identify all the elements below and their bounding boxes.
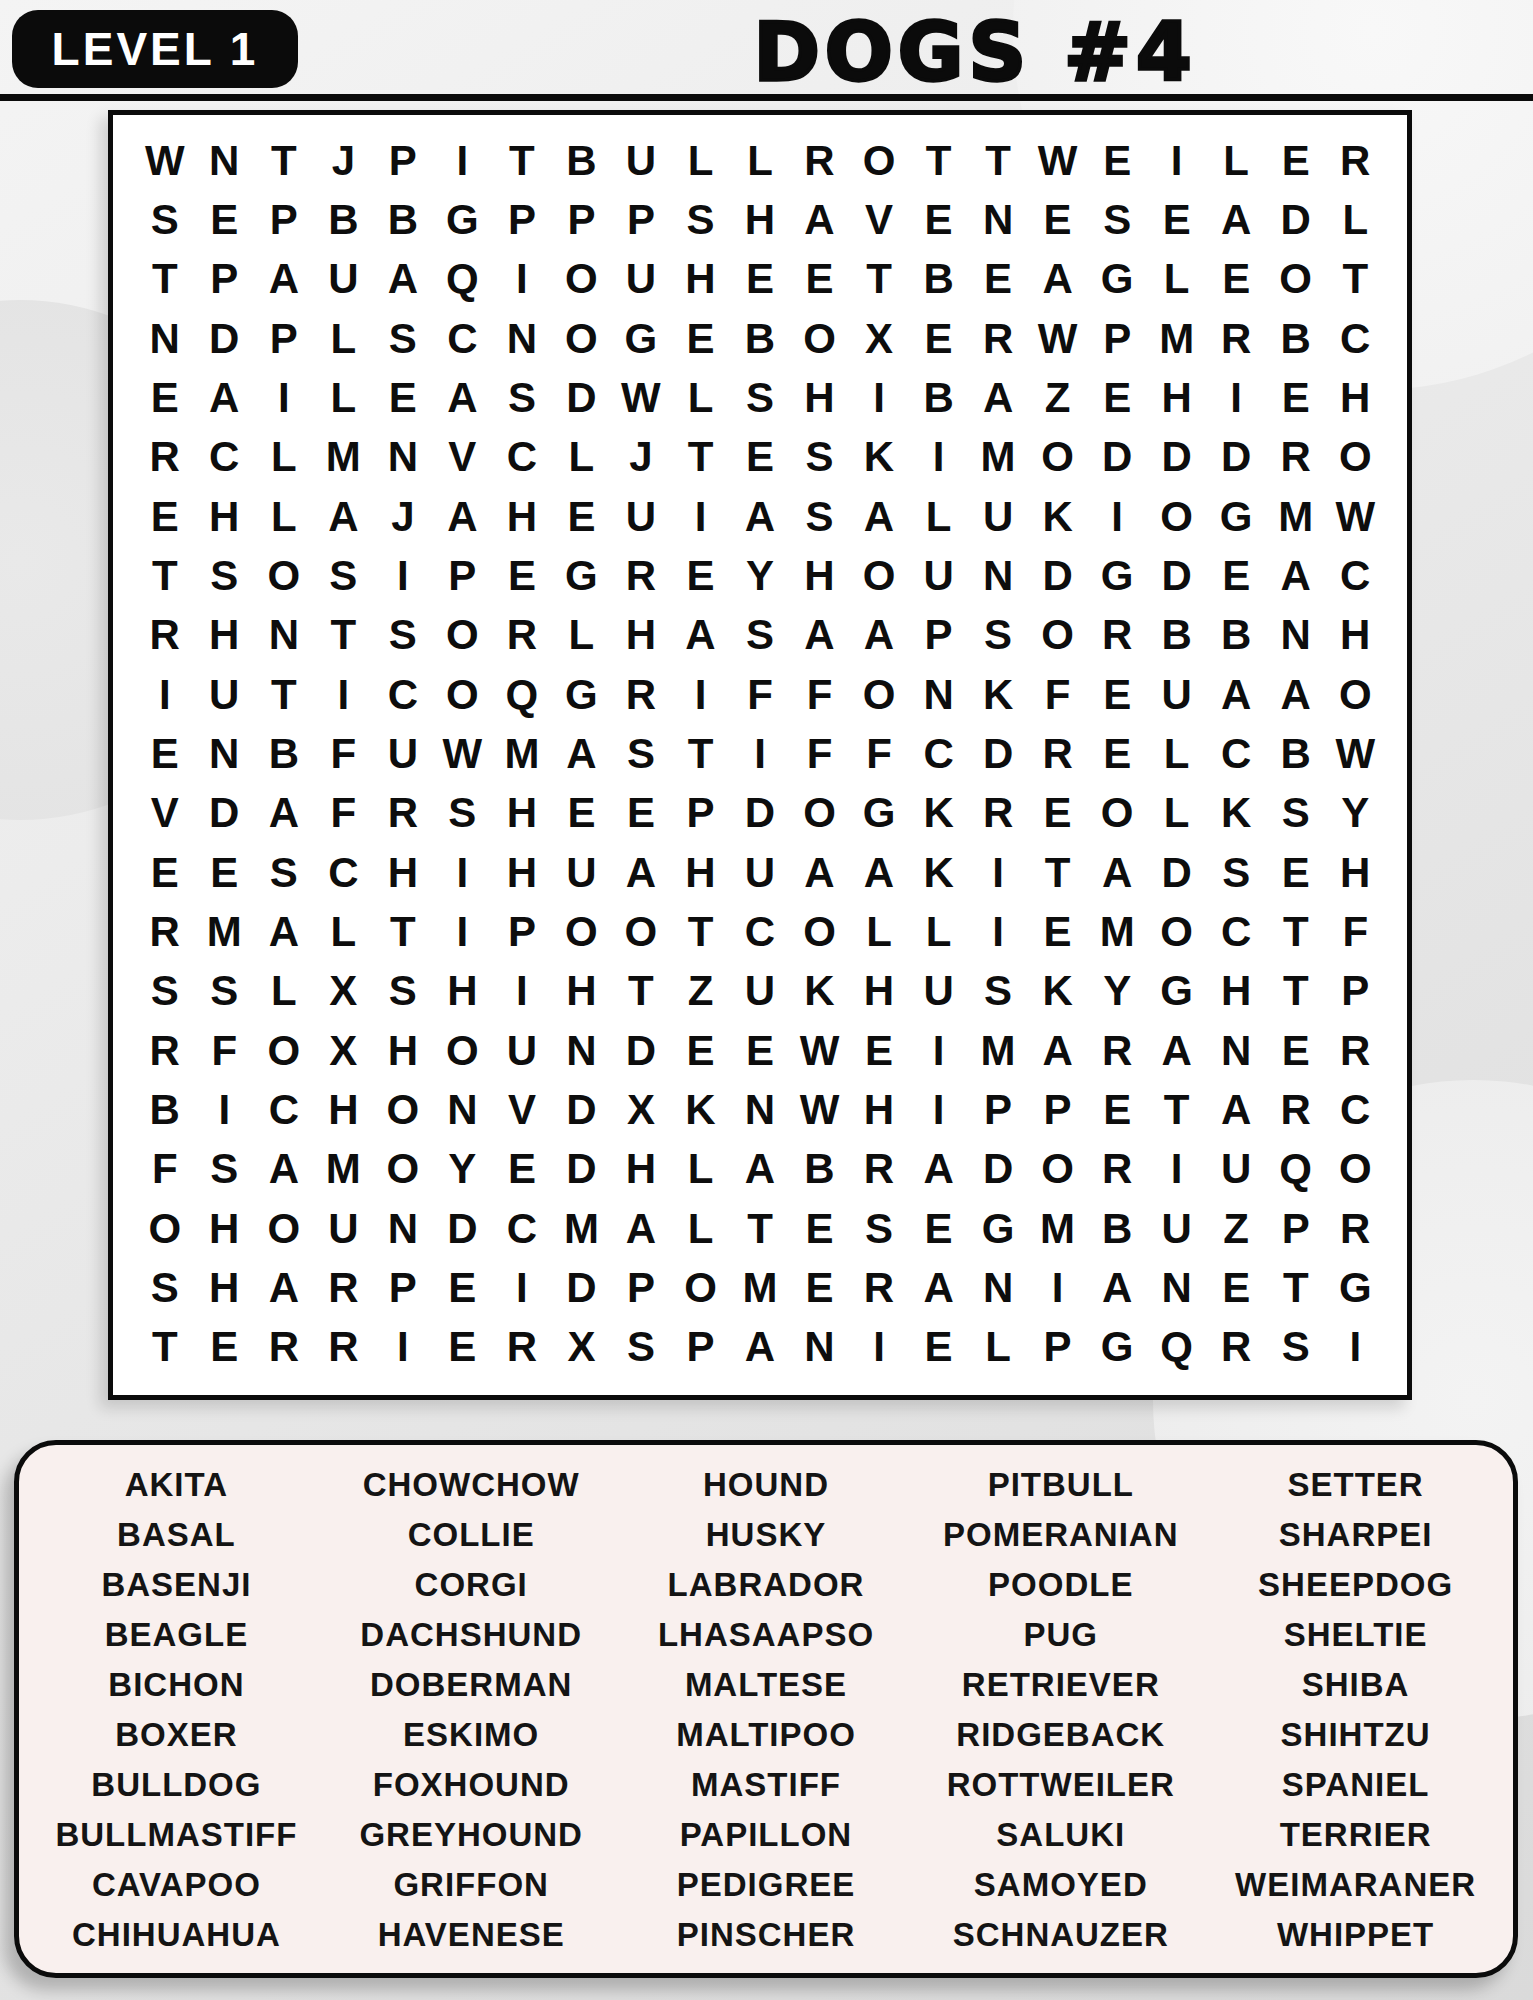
grid-cell[interactable]: O bbox=[433, 1021, 493, 1080]
grid-cell[interactable]: O bbox=[1325, 428, 1385, 487]
grid-cell[interactable]: L bbox=[730, 131, 790, 190]
grid-cell[interactable]: B bbox=[1266, 309, 1326, 368]
grid-cell[interactable]: N bbox=[1206, 1021, 1266, 1080]
grid-cell[interactable]: H bbox=[730, 190, 790, 249]
grid-cell[interactable]: B bbox=[254, 724, 314, 783]
grid-cell[interactable]: U bbox=[314, 250, 374, 309]
grid-cell[interactable]: F bbox=[730, 665, 790, 724]
grid-cell[interactable]: I bbox=[195, 1080, 255, 1139]
grid-cell[interactable]: N bbox=[909, 665, 969, 724]
grid-cell[interactable]: U bbox=[552, 843, 612, 902]
grid-cell[interactable]: Y bbox=[1325, 784, 1385, 843]
grid-cell[interactable]: T bbox=[135, 1318, 195, 1377]
grid-cell[interactable]: R bbox=[849, 1140, 909, 1199]
grid-cell[interactable]: S bbox=[849, 1199, 909, 1258]
grid-cell[interactable]: K bbox=[909, 843, 969, 902]
grid-cell[interactable]: J bbox=[611, 428, 671, 487]
grid-cell[interactable]: U bbox=[492, 1021, 552, 1080]
grid-cell[interactable]: H bbox=[195, 1199, 255, 1258]
grid-cell[interactable]: S bbox=[1206, 843, 1266, 902]
grid-cell[interactable]: K bbox=[1028, 487, 1088, 546]
grid-cell[interactable]: H bbox=[195, 1258, 255, 1317]
grid-cell[interactable]: A bbox=[254, 1140, 314, 1199]
grid-cell[interactable]: H bbox=[1325, 368, 1385, 427]
grid-cell[interactable]: D bbox=[730, 784, 790, 843]
grid-cell[interactable]: U bbox=[611, 250, 671, 309]
grid-cell[interactable]: N bbox=[1147, 1258, 1207, 1317]
grid-cell[interactable]: O bbox=[1325, 665, 1385, 724]
grid-cell[interactable]: P bbox=[1028, 1080, 1088, 1139]
grid-cell[interactable]: E bbox=[135, 724, 195, 783]
grid-cell[interactable]: I bbox=[671, 665, 731, 724]
grid-cell[interactable]: I bbox=[1087, 487, 1147, 546]
grid-cell[interactable]: O bbox=[1147, 487, 1207, 546]
grid-cell[interactable]: T bbox=[730, 1199, 790, 1258]
grid-cell[interactable]: R bbox=[611, 665, 671, 724]
grid-cell[interactable]: U bbox=[1147, 665, 1207, 724]
grid-cell[interactable]: R bbox=[1087, 1140, 1147, 1199]
grid-cell[interactable]: U bbox=[1147, 1199, 1207, 1258]
grid-cell[interactable]: E bbox=[1266, 843, 1326, 902]
grid-cell[interactable]: A bbox=[909, 1140, 969, 1199]
grid-cell[interactable]: U bbox=[373, 724, 433, 783]
grid-cell[interactable]: H bbox=[1325, 843, 1385, 902]
grid-cell[interactable]: C bbox=[492, 1199, 552, 1258]
grid-cell[interactable]: U bbox=[611, 487, 671, 546]
grid-cell[interactable]: S bbox=[730, 368, 790, 427]
grid-cell[interactable]: S bbox=[790, 428, 850, 487]
grid-cell[interactable]: H bbox=[195, 487, 255, 546]
grid-cell[interactable]: R bbox=[1266, 1080, 1326, 1139]
grid-cell[interactable]: S bbox=[254, 843, 314, 902]
grid-cell[interactable]: D bbox=[968, 724, 1028, 783]
grid-cell[interactable]: F bbox=[790, 665, 850, 724]
grid-cell[interactable]: A bbox=[730, 1140, 790, 1199]
grid-cell[interactable]: L bbox=[314, 368, 374, 427]
grid-cell[interactable]: T bbox=[611, 962, 671, 1021]
grid-cell[interactable]: B bbox=[790, 1140, 850, 1199]
grid-cell[interactable]: O bbox=[433, 665, 493, 724]
grid-cell[interactable]: A bbox=[1266, 665, 1326, 724]
grid-cell[interactable]: A bbox=[611, 843, 671, 902]
grid-cell[interactable]: A bbox=[1147, 1021, 1207, 1080]
grid-cell[interactable]: R bbox=[1266, 428, 1326, 487]
grid-cell[interactable]: P bbox=[195, 250, 255, 309]
grid-cell[interactable]: G bbox=[1087, 250, 1147, 309]
grid-cell[interactable]: R bbox=[135, 606, 195, 665]
grid-cell[interactable]: T bbox=[671, 902, 731, 961]
grid-cell[interactable]: R bbox=[1087, 606, 1147, 665]
grid-cell[interactable]: L bbox=[1147, 784, 1207, 843]
grid-cell[interactable]: A bbox=[790, 843, 850, 902]
grid-cell[interactable]: I bbox=[433, 843, 493, 902]
grid-cell[interactable]: E bbox=[433, 1318, 493, 1377]
grid-cell[interactable]: M bbox=[1147, 309, 1207, 368]
grid-cell[interactable]: R bbox=[314, 1258, 374, 1317]
grid-cell[interactable]: I bbox=[1028, 1258, 1088, 1317]
grid-cell[interactable]: Q bbox=[433, 250, 493, 309]
grid-cell[interactable]: A bbox=[611, 1199, 671, 1258]
grid-cell[interactable]: G bbox=[968, 1199, 1028, 1258]
grid-cell[interactable]: A bbox=[1206, 190, 1266, 249]
grid-cell[interactable]: P bbox=[611, 190, 671, 249]
grid-cell[interactable]: B bbox=[730, 309, 790, 368]
grid-cell[interactable]: T bbox=[1325, 250, 1385, 309]
grid-cell[interactable]: O bbox=[1028, 1140, 1088, 1199]
grid-cell[interactable]: L bbox=[849, 902, 909, 961]
grid-cell[interactable]: C bbox=[1206, 724, 1266, 783]
grid-cell[interactable]: D bbox=[552, 1140, 612, 1199]
grid-cell[interactable]: L bbox=[671, 131, 731, 190]
grid-cell[interactable]: T bbox=[1028, 843, 1088, 902]
grid-cell[interactable]: P bbox=[1028, 1318, 1088, 1377]
grid-cell[interactable]: O bbox=[849, 546, 909, 605]
grid-cell[interactable]: A bbox=[790, 190, 850, 249]
grid-cell[interactable]: N bbox=[790, 1318, 850, 1377]
grid-cell[interactable]: G bbox=[1325, 1258, 1385, 1317]
grid-cell[interactable]: M bbox=[968, 1021, 1028, 1080]
grid-cell[interactable]: V bbox=[492, 1080, 552, 1139]
grid-cell[interactable]: B bbox=[552, 131, 612, 190]
grid-cell[interactable]: S bbox=[611, 1318, 671, 1377]
grid-cell[interactable]: I bbox=[492, 1258, 552, 1317]
grid-cell[interactable]: G bbox=[1087, 546, 1147, 605]
grid-cell[interactable]: O bbox=[849, 131, 909, 190]
grid-cell[interactable]: Y bbox=[730, 546, 790, 605]
grid-cell[interactable]: E bbox=[552, 487, 612, 546]
grid-cell[interactable]: R bbox=[1206, 1318, 1266, 1377]
grid-cell[interactable]: I bbox=[909, 1080, 969, 1139]
grid-cell[interactable]: S bbox=[135, 190, 195, 249]
grid-cell[interactable]: I bbox=[433, 902, 493, 961]
grid-cell[interactable]: M bbox=[968, 428, 1028, 487]
grid-cell[interactable]: E bbox=[492, 546, 552, 605]
grid-cell[interactable]: M bbox=[314, 428, 374, 487]
grid-cell[interactable]: I bbox=[968, 843, 1028, 902]
grid-cell[interactable]: A bbox=[254, 250, 314, 309]
grid-cell[interactable]: U bbox=[909, 962, 969, 1021]
grid-cell[interactable]: X bbox=[314, 1021, 374, 1080]
grid-cell[interactable]: R bbox=[492, 606, 552, 665]
grid-cell[interactable]: O bbox=[552, 250, 612, 309]
grid-cell[interactable]: T bbox=[135, 546, 195, 605]
grid-cell[interactable]: S bbox=[730, 606, 790, 665]
grid-cell[interactable]: N bbox=[195, 131, 255, 190]
grid-cell[interactable]: U bbox=[611, 131, 671, 190]
grid-cell[interactable]: L bbox=[968, 1318, 1028, 1377]
grid-cell[interactable]: I bbox=[1325, 1318, 1385, 1377]
grid-cell[interactable]: V bbox=[849, 190, 909, 249]
grid-cell[interactable]: V bbox=[433, 428, 493, 487]
grid-cell[interactable]: E bbox=[135, 487, 195, 546]
grid-cell[interactable]: O bbox=[552, 902, 612, 961]
grid-cell[interactable]: D bbox=[968, 1140, 1028, 1199]
grid-cell[interactable]: I bbox=[1147, 1140, 1207, 1199]
grid-cell[interactable]: M bbox=[552, 1199, 612, 1258]
grid-cell[interactable]: O bbox=[671, 1258, 731, 1317]
grid-cell[interactable]: T bbox=[671, 724, 731, 783]
grid-cell[interactable]: W bbox=[1325, 487, 1385, 546]
grid-cell[interactable]: U bbox=[909, 546, 969, 605]
grid-cell[interactable]: E bbox=[790, 1258, 850, 1317]
grid-cell[interactable]: E bbox=[1206, 1258, 1266, 1317]
grid-cell[interactable]: H bbox=[671, 843, 731, 902]
grid-cell[interactable]: I bbox=[373, 546, 433, 605]
grid-cell[interactable]: S bbox=[492, 368, 552, 427]
grid-cell[interactable]: I bbox=[671, 487, 731, 546]
grid-cell[interactable]: I bbox=[373, 1318, 433, 1377]
grid-cell[interactable]: A bbox=[790, 606, 850, 665]
grid-cell[interactable]: H bbox=[1325, 606, 1385, 665]
grid-cell[interactable]: S bbox=[1266, 1318, 1326, 1377]
grid-cell[interactable]: R bbox=[1325, 1021, 1385, 1080]
grid-cell[interactable]: H bbox=[492, 784, 552, 843]
grid-cell[interactable]: I bbox=[254, 368, 314, 427]
grid-cell[interactable]: E bbox=[730, 250, 790, 309]
grid-cell[interactable]: D bbox=[1087, 428, 1147, 487]
grid-cell[interactable]: S bbox=[373, 606, 433, 665]
grid-cell[interactable]: O bbox=[135, 1199, 195, 1258]
grid-cell[interactable]: B bbox=[373, 190, 433, 249]
grid-cell[interactable]: G bbox=[611, 309, 671, 368]
grid-cell[interactable]: E bbox=[849, 1021, 909, 1080]
grid-cell[interactable]: I bbox=[135, 665, 195, 724]
grid-cell[interactable]: B bbox=[1147, 606, 1207, 665]
grid-cell[interactable]: D bbox=[1147, 843, 1207, 902]
grid-cell[interactable]: S bbox=[135, 1258, 195, 1317]
grid-cell[interactable]: A bbox=[1087, 1258, 1147, 1317]
grid-cell[interactable]: R bbox=[135, 1021, 195, 1080]
grid-cell[interactable]: E bbox=[1028, 902, 1088, 961]
grid-cell[interactable]: E bbox=[909, 309, 969, 368]
grid-cell[interactable]: E bbox=[373, 368, 433, 427]
grid-cell[interactable]: S bbox=[195, 1140, 255, 1199]
grid-cell[interactable]: O bbox=[1325, 1140, 1385, 1199]
grid-cell[interactable]: H bbox=[849, 1080, 909, 1139]
grid-cell[interactable]: Q bbox=[1147, 1318, 1207, 1377]
grid-cell[interactable]: M bbox=[1266, 487, 1326, 546]
grid-cell[interactable]: E bbox=[909, 190, 969, 249]
grid-cell[interactable]: O bbox=[254, 1021, 314, 1080]
grid-cell[interactable]: I bbox=[1147, 131, 1207, 190]
grid-cell[interactable]: N bbox=[492, 309, 552, 368]
grid-cell[interactable]: S bbox=[135, 962, 195, 1021]
grid-cell[interactable]: C bbox=[195, 428, 255, 487]
grid-cell[interactable]: A bbox=[671, 606, 731, 665]
grid-cell[interactable]: B bbox=[1266, 724, 1326, 783]
grid-cell[interactable]: P bbox=[1266, 1199, 1326, 1258]
grid-cell[interactable]: K bbox=[968, 665, 1028, 724]
grid-cell[interactable]: G bbox=[1087, 1318, 1147, 1377]
grid-cell[interactable]: Z bbox=[1028, 368, 1088, 427]
grid-cell[interactable]: Z bbox=[1206, 1199, 1266, 1258]
grid-cell[interactable]: R bbox=[849, 1258, 909, 1317]
grid-cell[interactable]: E bbox=[195, 190, 255, 249]
grid-cell[interactable]: E bbox=[730, 428, 790, 487]
grid-cell[interactable]: T bbox=[968, 131, 1028, 190]
grid-cell[interactable]: I bbox=[492, 962, 552, 1021]
grid-cell[interactable]: O bbox=[1087, 784, 1147, 843]
grid-cell[interactable]: K bbox=[790, 962, 850, 1021]
grid-cell[interactable]: R bbox=[254, 1318, 314, 1377]
grid-cell[interactable]: L bbox=[254, 962, 314, 1021]
grid-cell[interactable]: M bbox=[492, 724, 552, 783]
grid-cell[interactable]: L bbox=[314, 902, 374, 961]
grid-cell[interactable]: T bbox=[373, 902, 433, 961]
grid-cell[interactable]: O bbox=[254, 546, 314, 605]
grid-cell[interactable]: P bbox=[433, 546, 493, 605]
grid-cell[interactable]: P bbox=[611, 1258, 671, 1317]
grid-cell[interactable]: F bbox=[195, 1021, 255, 1080]
grid-cell[interactable]: E bbox=[671, 1021, 731, 1080]
grid-cell[interactable]: I bbox=[730, 724, 790, 783]
grid-cell[interactable]: E bbox=[1147, 190, 1207, 249]
grid-cell[interactable]: I bbox=[314, 665, 374, 724]
grid-cell[interactable]: E bbox=[790, 250, 850, 309]
grid-cell[interactable]: R bbox=[135, 902, 195, 961]
grid-cell[interactable]: U bbox=[314, 1199, 374, 1258]
grid-cell[interactable]: N bbox=[135, 309, 195, 368]
grid-cell[interactable]: P bbox=[968, 1080, 1028, 1139]
grid-cell[interactable]: M bbox=[1028, 1199, 1088, 1258]
grid-cell[interactable]: O bbox=[849, 665, 909, 724]
grid-cell[interactable]: O bbox=[1028, 606, 1088, 665]
grid-cell[interactable]: A bbox=[909, 1258, 969, 1317]
grid-cell[interactable]: H bbox=[1147, 368, 1207, 427]
grid-cell[interactable]: K bbox=[909, 784, 969, 843]
grid-cell[interactable]: A bbox=[730, 487, 790, 546]
grid-cell[interactable]: P bbox=[909, 606, 969, 665]
grid-cell[interactable]: L bbox=[254, 487, 314, 546]
grid-cell[interactable]: E bbox=[1028, 784, 1088, 843]
grid-cell[interactable]: E bbox=[552, 784, 612, 843]
grid-cell[interactable]: P bbox=[1325, 962, 1385, 1021]
grid-cell[interactable]: F bbox=[849, 724, 909, 783]
grid-cell[interactable]: H bbox=[373, 843, 433, 902]
grid-cell[interactable]: H bbox=[492, 843, 552, 902]
grid-cell[interactable]: E bbox=[968, 250, 1028, 309]
grid-cell[interactable]: S bbox=[968, 962, 1028, 1021]
grid-cell[interactable]: N bbox=[195, 724, 255, 783]
grid-cell[interactable]: O bbox=[373, 1080, 433, 1139]
grid-cell[interactable]: P bbox=[492, 190, 552, 249]
grid-cell[interactable]: A bbox=[849, 606, 909, 665]
grid-cell[interactable]: H bbox=[1206, 962, 1266, 1021]
grid-cell[interactable]: K bbox=[849, 428, 909, 487]
grid-cell[interactable]: O bbox=[552, 309, 612, 368]
grid-cell[interactable]: E bbox=[790, 1199, 850, 1258]
grid-cell[interactable]: B bbox=[1206, 606, 1266, 665]
grid-cell[interactable]: E bbox=[611, 784, 671, 843]
grid-cell[interactable]: E bbox=[730, 1021, 790, 1080]
grid-cell[interactable]: Q bbox=[1266, 1140, 1326, 1199]
grid-cell[interactable]: C bbox=[909, 724, 969, 783]
grid-cell[interactable]: E bbox=[1087, 131, 1147, 190]
grid-cell[interactable]: C bbox=[730, 902, 790, 961]
grid-cell[interactable]: A bbox=[1028, 1021, 1088, 1080]
grid-cell[interactable]: P bbox=[254, 309, 314, 368]
grid-cell[interactable]: L bbox=[671, 1140, 731, 1199]
grid-cell[interactable]: I bbox=[433, 131, 493, 190]
grid-cell[interactable]: L bbox=[909, 902, 969, 961]
grid-cell[interactable]: P bbox=[492, 902, 552, 961]
grid-cell[interactable]: W bbox=[611, 368, 671, 427]
grid-cell[interactable]: U bbox=[1206, 1140, 1266, 1199]
grid-cell[interactable]: G bbox=[433, 190, 493, 249]
grid-cell[interactable]: L bbox=[909, 487, 969, 546]
grid-cell[interactable]: L bbox=[671, 1199, 731, 1258]
grid-cell[interactable]: L bbox=[552, 606, 612, 665]
grid-cell[interactable]: A bbox=[730, 1318, 790, 1377]
grid-cell[interactable]: A bbox=[254, 1258, 314, 1317]
grid-cell[interactable]: A bbox=[849, 843, 909, 902]
grid-cell[interactable]: A bbox=[373, 250, 433, 309]
grid-cell[interactable]: T bbox=[254, 131, 314, 190]
grid-cell[interactable]: S bbox=[1266, 784, 1326, 843]
grid-cell[interactable]: R bbox=[968, 309, 1028, 368]
grid-cell[interactable]: E bbox=[671, 546, 731, 605]
grid-cell[interactable]: A bbox=[1087, 843, 1147, 902]
grid-cell[interactable]: E bbox=[135, 368, 195, 427]
grid-cell[interactable]: W bbox=[1028, 131, 1088, 190]
grid-cell[interactable]: H bbox=[314, 1080, 374, 1139]
grid-cell[interactable]: O bbox=[790, 902, 850, 961]
grid-cell[interactable]: L bbox=[314, 309, 374, 368]
grid-cell[interactable]: C bbox=[1325, 1080, 1385, 1139]
grid-cell[interactable]: I bbox=[909, 1021, 969, 1080]
grid-cell[interactable]: U bbox=[730, 962, 790, 1021]
grid-cell[interactable]: E bbox=[671, 309, 731, 368]
grid-cell[interactable]: L bbox=[254, 428, 314, 487]
grid-cell[interactable]: S bbox=[611, 724, 671, 783]
grid-cell[interactable]: D bbox=[611, 1021, 671, 1080]
grid-cell[interactable]: U bbox=[730, 843, 790, 902]
grid-cell[interactable]: E bbox=[433, 1258, 493, 1317]
grid-cell[interactable]: D bbox=[433, 1199, 493, 1258]
grid-cell[interactable]: D bbox=[1266, 190, 1326, 249]
grid-cell[interactable]: Y bbox=[1087, 962, 1147, 1021]
grid-cell[interactable]: P bbox=[373, 1258, 433, 1317]
grid-cell[interactable]: O bbox=[433, 606, 493, 665]
grid-cell[interactable]: T bbox=[909, 131, 969, 190]
grid-cell[interactable]: E bbox=[1266, 131, 1326, 190]
grid-cell[interactable]: A bbox=[1266, 546, 1326, 605]
grid-cell[interactable]: R bbox=[314, 1318, 374, 1377]
grid-cell[interactable]: T bbox=[135, 250, 195, 309]
grid-cell[interactable]: B bbox=[135, 1080, 195, 1139]
grid-cell[interactable]: B bbox=[314, 190, 374, 249]
grid-cell[interactable]: O bbox=[790, 784, 850, 843]
grid-cell[interactable]: E bbox=[909, 1318, 969, 1377]
grid-cell[interactable]: N bbox=[968, 190, 1028, 249]
grid-cell[interactable]: T bbox=[1266, 902, 1326, 961]
grid-cell[interactable]: N bbox=[1266, 606, 1326, 665]
grid-cell[interactable]: W bbox=[433, 724, 493, 783]
grid-cell[interactable]: S bbox=[373, 309, 433, 368]
grid-cell[interactable]: T bbox=[1266, 962, 1326, 1021]
grid-cell[interactable]: R bbox=[611, 546, 671, 605]
grid-cell[interactable]: O bbox=[1266, 250, 1326, 309]
grid-cell[interactable]: M bbox=[730, 1258, 790, 1317]
grid-cell[interactable]: R bbox=[1325, 131, 1385, 190]
grid-cell[interactable]: N bbox=[373, 1199, 433, 1258]
grid-cell[interactable]: J bbox=[314, 131, 374, 190]
grid-cell[interactable]: N bbox=[254, 606, 314, 665]
grid-cell[interactable]: H bbox=[611, 606, 671, 665]
grid-cell[interactable]: E bbox=[195, 1318, 255, 1377]
grid-cell[interactable]: R bbox=[790, 131, 850, 190]
grid-cell[interactable]: W bbox=[790, 1021, 850, 1080]
